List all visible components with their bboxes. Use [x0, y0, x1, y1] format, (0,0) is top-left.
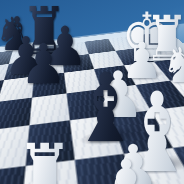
- black-pawn[interactable]: ♟: [17, 37, 69, 92]
- white-rook[interactable]: ♜: [13, 134, 77, 184]
- white-pawn[interactable]: ♟: [93, 152, 159, 184]
- chess-3d-scene: ♝♞♜♟♟♟♝♚♜♞♟♟♝♟♟♜: [0, 0, 184, 184]
